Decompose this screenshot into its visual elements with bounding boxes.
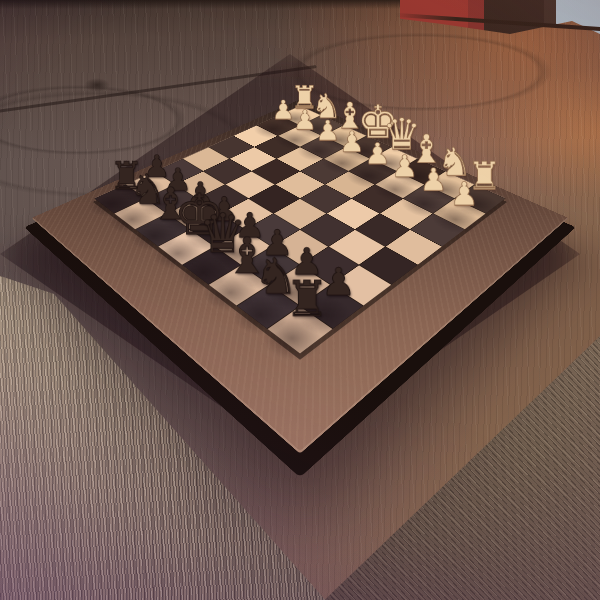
table-knot: [84, 78, 110, 92]
board-field: ♜♞♝♛♚♝♞♜♟♟♟♟♟♟♟♟♟♟♟♟♟♟♟♟♜♞♝♛♚♝♞♜: [95, 106, 506, 354]
plank-seam-top: [0, 0, 430, 9]
piece-black-rook: ♜: [285, 275, 330, 324]
chess-board-platform: ♜♞♝♛♚♝♞♜♟♟♟♟♟♟♟♟♟♟♟♟♟♟♟♟♜♞♝♛♚♝♞♜: [32, 99, 569, 453]
table-background: ♜♞♝♛♚♝♞♜♟♟♟♟♟♟♟♟♟♟♟♟♟♟♟♟♜♞♝♛♚♝♞♜: [0, 0, 600, 600]
piece-white-pawn: ♟: [446, 178, 483, 210]
